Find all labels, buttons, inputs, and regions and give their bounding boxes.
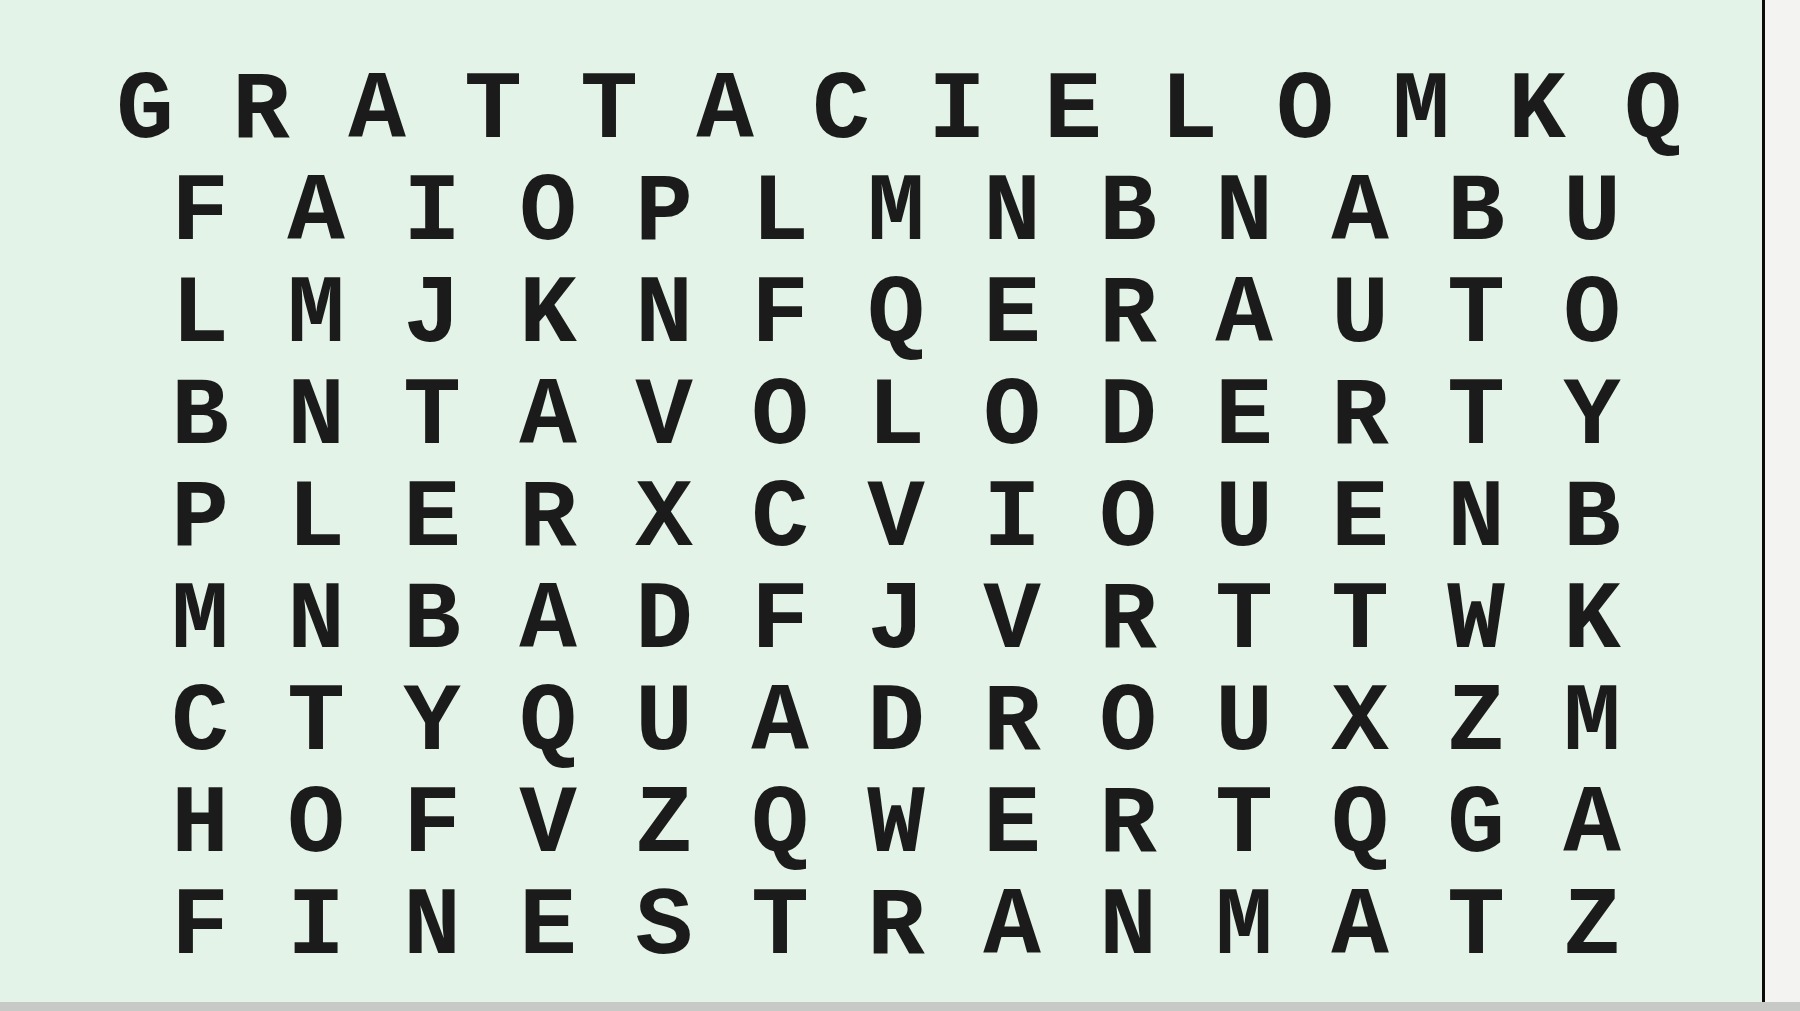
- letter-cell[interactable]: F: [374, 775, 490, 877]
- letter-cell[interactable]: O: [1247, 61, 1363, 163]
- letter-cell[interactable]: M: [1186, 877, 1302, 979]
- letter-cell[interactable]: X: [606, 469, 722, 571]
- letter-cell[interactable]: G: [1418, 775, 1534, 877]
- letter-cell[interactable]: B: [1070, 163, 1186, 265]
- grid-row-7: CTYQUADROUXZM: [142, 673, 1711, 775]
- letter-cell[interactable]: L: [838, 367, 954, 469]
- letter-cell[interactable]: A: [1302, 877, 1418, 979]
- letter-cell[interactable]: L: [142, 265, 258, 367]
- bottom-edge-strip: [0, 1002, 1800, 1011]
- letter-cell[interactable]: I: [258, 877, 374, 979]
- letter-cell[interactable]: U: [1534, 163, 1650, 265]
- letter-cell[interactable]: R: [490, 469, 606, 571]
- letter-cell[interactable]: Q: [1302, 775, 1418, 877]
- letter-cell[interactable]: R: [838, 877, 954, 979]
- grid-row-4: BNTAVOLODERTY: [142, 367, 1711, 469]
- right-edge-strip: [1765, 0, 1800, 1011]
- letter-cell[interactable]: E: [490, 877, 606, 979]
- letter-cell[interactable]: U: [1302, 265, 1418, 367]
- letter-cell[interactable]: X: [1302, 673, 1418, 775]
- letter-cell[interactable]: A: [1302, 163, 1418, 265]
- letter-cell[interactable]: F: [142, 877, 258, 979]
- letter-cell[interactable]: R: [1302, 367, 1418, 469]
- letter-cell[interactable]: D: [606, 571, 722, 673]
- letter-cell[interactable]: O: [490, 163, 606, 265]
- grid-row-8: HOFVZQWERTQGA: [142, 775, 1711, 877]
- letter-cell[interactable]: A: [1186, 265, 1302, 367]
- letter-cell[interactable]: T: [1302, 571, 1418, 673]
- letter-cell[interactable]: H: [142, 775, 258, 877]
- letter-cell[interactable]: N: [954, 163, 1070, 265]
- letter-cell[interactable]: Z: [1534, 877, 1650, 979]
- letter-cell[interactable]: E: [954, 265, 1070, 367]
- letter-cell[interactable]: A: [258, 163, 374, 265]
- letter-cell[interactable]: N: [258, 571, 374, 673]
- letter-cell[interactable]: T: [435, 61, 551, 163]
- letter-cell[interactable]: N: [1070, 877, 1186, 979]
- letter-cell[interactable]: A: [1534, 775, 1650, 877]
- letter-cell[interactable]: V: [954, 571, 1070, 673]
- letter-cell[interactable]: M: [1363, 61, 1479, 163]
- letter-cell[interactable]: Q: [838, 265, 954, 367]
- letter-cell[interactable]: F: [142, 163, 258, 265]
- letter-cell[interactable]: C: [783, 61, 899, 163]
- letter-cell[interactable]: C: [142, 673, 258, 775]
- letter-cell[interactable]: J: [374, 265, 490, 367]
- letter-cell[interactable]: E: [1186, 367, 1302, 469]
- letter-cell[interactable]: E: [1015, 61, 1131, 163]
- letter-cell[interactable]: C: [722, 469, 838, 571]
- letter-cell[interactable]: O: [954, 367, 1070, 469]
- letter-cell[interactable]: F: [722, 265, 838, 367]
- letter-cell[interactable]: W: [1418, 571, 1534, 673]
- letter-cell[interactable]: Y: [374, 673, 490, 775]
- letter-cell[interactable]: O: [1070, 469, 1186, 571]
- letter-cell[interactable]: O: [722, 367, 838, 469]
- letter-cell[interactable]: U: [1186, 673, 1302, 775]
- letter-cell[interactable]: S: [606, 877, 722, 979]
- letter-cell[interactable]: R: [954, 673, 1070, 775]
- letter-cell[interactable]: N: [1418, 469, 1534, 571]
- grid-row-9: FINESTRANMATZ: [142, 877, 1711, 979]
- letter-cell[interactable]: T: [258, 673, 374, 775]
- letter-cell[interactable]: N: [374, 877, 490, 979]
- letter-cell[interactable]: E: [954, 775, 1070, 877]
- letter-cell[interactable]: N: [258, 367, 374, 469]
- letter-cell[interactable]: Z: [606, 775, 722, 877]
- letter-cell[interactable]: V: [606, 367, 722, 469]
- letter-cell[interactable]: R: [1070, 775, 1186, 877]
- letter-cell[interactable]: K: [490, 265, 606, 367]
- letter-cell[interactable]: T: [722, 877, 838, 979]
- letter-cell[interactable]: T: [1418, 265, 1534, 367]
- letter-cell[interactable]: M: [838, 163, 954, 265]
- letter-cell[interactable]: V: [838, 469, 954, 571]
- letter-cell[interactable]: A: [954, 877, 1070, 979]
- grid-row-3: LMJKNFQERAUTO: [142, 265, 1711, 367]
- letter-cell[interactable]: K: [1479, 61, 1595, 163]
- grid-row-1: GRATTACIELOMKQ: [87, 61, 1711, 163]
- letter-cell[interactable]: F: [722, 571, 838, 673]
- letter-cell[interactable]: E: [1302, 469, 1418, 571]
- letter-cell[interactable]: K: [1534, 571, 1650, 673]
- letter-cell[interactable]: R: [203, 61, 319, 163]
- letter-cell[interactable]: T: [1418, 877, 1534, 979]
- grid-row-2: FAIOPLMNBNABU: [142, 163, 1711, 265]
- letter-cell[interactable]: I: [374, 163, 490, 265]
- letter-cell[interactable]: Q: [1595, 61, 1711, 163]
- letter-cell[interactable]: W: [838, 775, 954, 877]
- letter-cell[interactable]: L: [722, 163, 838, 265]
- letter-cell[interactable]: D: [838, 673, 954, 775]
- letter-cell[interactable]: T: [1186, 775, 1302, 877]
- letter-cell[interactable]: R: [1070, 265, 1186, 367]
- letter-cell[interactable]: T: [1418, 367, 1534, 469]
- letter-cell[interactable]: I: [954, 469, 1070, 571]
- letter-cell[interactable]: R: [1070, 571, 1186, 673]
- letter-cell[interactable]: B: [1418, 163, 1534, 265]
- letter-cell[interactable]: Q: [490, 673, 606, 775]
- letter-cell[interactable]: B: [142, 367, 258, 469]
- letter-cell[interactable]: B: [1534, 469, 1650, 571]
- letter-cell[interactable]: O: [1070, 673, 1186, 775]
- letter-grid: GRATTACIELOMKQFAIOPLMNBNABULMJKNFQERAUTO…: [0, 61, 1711, 979]
- letter-cell[interactable]: M: [142, 571, 258, 673]
- letter-cell[interactable]: P: [142, 469, 258, 571]
- letter-cell[interactable]: M: [258, 265, 374, 367]
- letter-cell[interactable]: U: [606, 673, 722, 775]
- letter-cell[interactable]: A: [490, 367, 606, 469]
- letter-cell[interactable]: Y: [1534, 367, 1650, 469]
- letter-cell[interactable]: Z: [1418, 673, 1534, 775]
- letter-cell[interactable]: P: [606, 163, 722, 265]
- letter-cell[interactable]: A: [667, 61, 783, 163]
- letter-cell[interactable]: G: [87, 61, 203, 163]
- letter-cell[interactable]: M: [1534, 673, 1650, 775]
- letter-cell[interactable]: A: [722, 673, 838, 775]
- letter-cell[interactable]: J: [838, 571, 954, 673]
- letter-cell[interactable]: B: [374, 571, 490, 673]
- letter-cell[interactable]: N: [1186, 163, 1302, 265]
- letter-cell[interactable]: L: [258, 469, 374, 571]
- letter-cell[interactable]: A: [490, 571, 606, 673]
- letter-cell[interactable]: T: [374, 367, 490, 469]
- letter-cell[interactable]: O: [1534, 265, 1650, 367]
- letter-cell[interactable]: Q: [722, 775, 838, 877]
- letter-cell[interactable]: T: [551, 61, 667, 163]
- letter-cell[interactable]: L: [1131, 61, 1247, 163]
- letter-cell[interactable]: V: [490, 775, 606, 877]
- letter-cell[interactable]: U: [1186, 469, 1302, 571]
- grid-row-6: MNBADFJVRTTWK: [142, 571, 1711, 673]
- letter-cell[interactable]: A: [319, 61, 435, 163]
- letter-cell[interactable]: D: [1070, 367, 1186, 469]
- grid-row-5: PLERXCVIOUENB: [142, 469, 1711, 571]
- letter-cell[interactable]: T: [1186, 571, 1302, 673]
- letter-cell[interactable]: E: [374, 469, 490, 571]
- letter-cell[interactable]: I: [899, 61, 1015, 163]
- letter-cell[interactable]: N: [606, 265, 722, 367]
- letter-cell[interactable]: O: [258, 775, 374, 877]
